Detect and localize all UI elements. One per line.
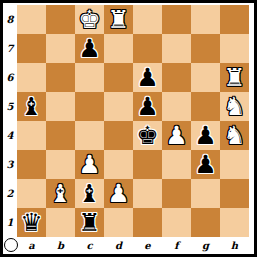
square-c1[interactable]: ♜	[75, 208, 104, 237]
black-bishop-c2[interactable]: ♝	[78, 179, 100, 208]
black-king-e4[interactable]: ♚	[136, 121, 158, 150]
rank-label-2: 2	[3, 179, 17, 208]
square-g5[interactable]	[191, 92, 220, 121]
white-king-c8[interactable]: ♚	[78, 5, 100, 34]
square-c6[interactable]	[75, 63, 104, 92]
black-rook-c1[interactable]: ♜	[78, 208, 100, 237]
square-g4[interactable]: ♟	[191, 121, 220, 150]
square-e8[interactable]	[133, 5, 162, 34]
square-h3[interactable]	[220, 150, 249, 179]
square-h4[interactable]: ♞	[220, 121, 249, 150]
square-d7[interactable]	[104, 34, 133, 63]
square-b1[interactable]	[46, 208, 75, 237]
square-f5[interactable]	[162, 92, 191, 121]
square-d1[interactable]	[104, 208, 133, 237]
square-c7[interactable]: ♟	[75, 34, 104, 63]
square-a4[interactable]	[17, 121, 46, 150]
square-e4[interactable]: ♚	[133, 121, 162, 150]
square-e2[interactable]	[133, 179, 162, 208]
square-b6[interactable]	[46, 63, 75, 92]
square-f4[interactable]: ♟	[162, 121, 191, 150]
black-queen-a1[interactable]: ♛	[20, 208, 42, 237]
black-pawn-c7[interactable]: ♟	[78, 34, 100, 63]
square-a3[interactable]	[17, 150, 46, 179]
rank-label-6: 6	[3, 63, 17, 92]
square-d8[interactable]: ♜	[104, 5, 133, 34]
square-g7[interactable]	[191, 34, 220, 63]
square-b3[interactable]	[46, 150, 75, 179]
square-d6[interactable]	[104, 63, 133, 92]
file-label-f: f	[162, 238, 191, 253]
square-b4[interactable]	[46, 121, 75, 150]
square-c3[interactable]: ♟	[75, 150, 104, 179]
square-h8[interactable]	[220, 5, 249, 34]
square-b5[interactable]	[46, 92, 75, 121]
square-a1[interactable]: ♛	[17, 208, 46, 237]
file-label-c: c	[75, 238, 104, 253]
square-d2[interactable]: ♟	[104, 179, 133, 208]
square-f3[interactable]	[162, 150, 191, 179]
white-pawn-f4[interactable]: ♟	[165, 121, 187, 150]
white-bishop-b2[interactable]: ♝	[49, 179, 71, 208]
square-f2[interactable]	[162, 179, 191, 208]
board: ♚♜♟♟♜♝♟♞♚♟♟♞♟♟♝♝♟♛♜	[17, 5, 249, 237]
black-bishop-a5[interactable]: ♝	[20, 92, 42, 121]
file-label-b: b	[46, 238, 75, 253]
white-rook-d8[interactable]: ♜	[107, 5, 129, 34]
rank-label-8: 8	[3, 5, 17, 34]
square-a7[interactable]	[17, 34, 46, 63]
square-a5[interactable]: ♝	[17, 92, 46, 121]
square-g1[interactable]	[191, 208, 220, 237]
square-c4[interactable]	[75, 121, 104, 150]
square-a6[interactable]	[17, 63, 46, 92]
rank-label-7: 7	[3, 34, 17, 63]
white-knight-h4[interactable]: ♞	[223, 121, 245, 150]
square-h1[interactable]	[220, 208, 249, 237]
black-pawn-g4[interactable]: ♟	[194, 121, 216, 150]
rank-label-4: 4	[3, 121, 17, 150]
square-e7[interactable]	[133, 34, 162, 63]
square-g6[interactable]	[191, 63, 220, 92]
rank-label-1: 1	[3, 208, 17, 237]
white-pawn-c3[interactable]: ♟	[78, 150, 100, 179]
square-a2[interactable]	[17, 179, 46, 208]
square-d3[interactable]	[104, 150, 133, 179]
square-h6[interactable]: ♜	[220, 63, 249, 92]
square-c2[interactable]: ♝	[75, 179, 104, 208]
square-h2[interactable]	[220, 179, 249, 208]
square-e3[interactable]	[133, 150, 162, 179]
square-c8[interactable]: ♚	[75, 5, 104, 34]
file-label-a: a	[17, 238, 46, 253]
square-g8[interactable]	[191, 5, 220, 34]
side-to-move-indicator	[4, 238, 18, 252]
square-f6[interactable]	[162, 63, 191, 92]
white-knight-h5[interactable]: ♞	[223, 92, 245, 121]
square-f1[interactable]	[162, 208, 191, 237]
file-label-e: e	[133, 238, 162, 253]
square-b2[interactable]: ♝	[46, 179, 75, 208]
square-b7[interactable]	[46, 34, 75, 63]
square-d5[interactable]	[104, 92, 133, 121]
chess-diagram: ♚♜♟♟♜♝♟♞♚♟♟♞♟♟♝♝♟♛♜ 87654321 abcdefgh	[0, 0, 257, 257]
square-h7[interactable]	[220, 34, 249, 63]
square-b8[interactable]	[46, 5, 75, 34]
square-a8[interactable]	[17, 5, 46, 34]
square-f8[interactable]	[162, 5, 191, 34]
file-label-d: d	[104, 238, 133, 253]
file-label-g: g	[191, 238, 220, 253]
square-g2[interactable]	[191, 179, 220, 208]
square-d4[interactable]	[104, 121, 133, 150]
rank-label-3: 3	[3, 150, 17, 179]
white-pawn-d2[interactable]: ♟	[107, 179, 129, 208]
square-f7[interactable]	[162, 34, 191, 63]
square-h5[interactable]: ♞	[220, 92, 249, 121]
black-pawn-e6[interactable]: ♟	[136, 63, 158, 92]
square-e1[interactable]	[133, 208, 162, 237]
square-c5[interactable]	[75, 92, 104, 121]
file-labels: abcdefgh	[17, 238, 249, 253]
white-rook-h6[interactable]: ♜	[223, 63, 245, 92]
rank-labels: 87654321	[3, 5, 17, 237]
square-e6[interactable]: ♟	[133, 63, 162, 92]
rank-label-5: 5	[3, 92, 17, 121]
black-pawn-g3[interactable]: ♟	[194, 150, 216, 179]
black-pawn-e5[interactable]: ♟	[136, 92, 158, 121]
square-g3[interactable]: ♟	[191, 150, 220, 179]
file-label-h: h	[220, 238, 249, 253]
square-e5[interactable]: ♟	[133, 92, 162, 121]
